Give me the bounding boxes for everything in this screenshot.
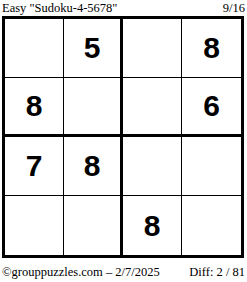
cell-r3c1[interactable]: 7: [5, 137, 64, 196]
cell-r2c3[interactable]: [123, 78, 182, 137]
cell-r4c3[interactable]: 8: [123, 196, 182, 255]
clue-count: 9/16: [223, 1, 245, 15]
cell-r3c2[interactable]: 8: [64, 137, 123, 196]
cell-r2c4[interactable]: 6: [182, 78, 241, 137]
header: Easy "Sudoku-4-5678" 9/16: [2, 1, 245, 15]
cell-r1c1[interactable]: [5, 19, 64, 78]
copyright-text: ©grouppuzzles.com – 2/7/2025: [2, 265, 160, 279]
sudoku-page: Easy "Sudoku-4-5678" 9/16 5886788 ©group…: [0, 0, 247, 282]
cell-r1c4[interactable]: 8: [182, 19, 241, 78]
cell-r3c4[interactable]: [182, 137, 241, 196]
cell-r4c2[interactable]: [64, 196, 123, 255]
cell-r4c1[interactable]: [5, 196, 64, 255]
cell-r1c3[interactable]: [123, 19, 182, 78]
puzzle-title: Easy "Sudoku-4-5678": [2, 1, 117, 15]
sudoku-board: 5886788: [2, 16, 244, 258]
cell-r2c2[interactable]: [64, 78, 123, 137]
footer: ©grouppuzzles.com – 2/7/2025 Diff: 2 / 8…: [2, 265, 245, 279]
cell-r4c4[interactable]: [182, 196, 241, 255]
cell-r2c1[interactable]: 8: [5, 78, 64, 137]
cell-r3c3[interactable]: [123, 137, 182, 196]
difficulty-label: Diff: 2 / 81: [189, 265, 245, 279]
cell-r1c2[interactable]: 5: [64, 19, 123, 78]
